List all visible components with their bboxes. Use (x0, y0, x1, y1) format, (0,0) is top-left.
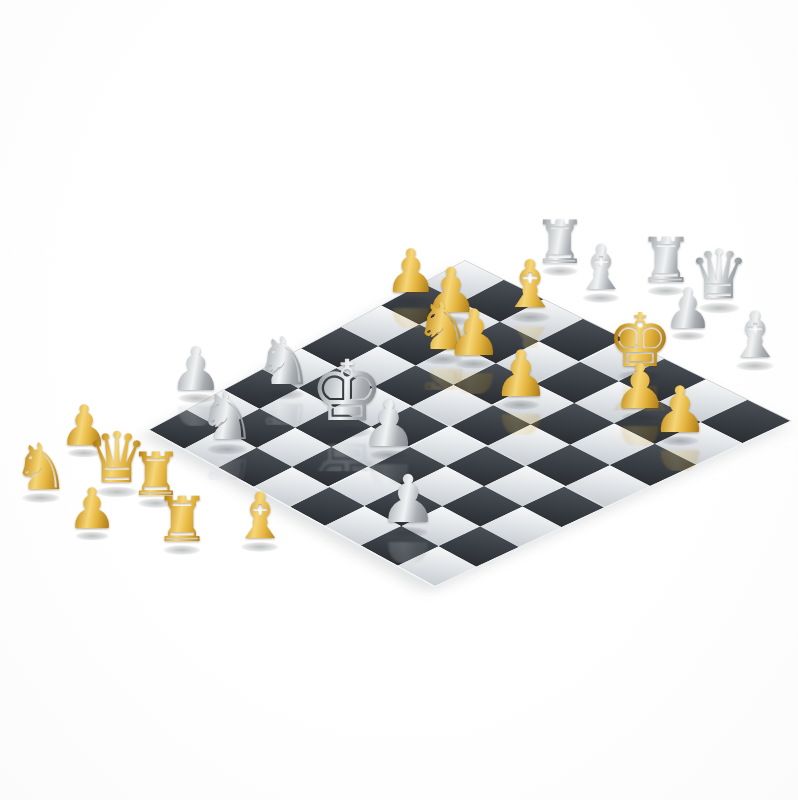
piece-gold-bishop-offboard: ♝ (231, 484, 288, 548)
piece-silver-pawn-g1: ♟ (378, 467, 437, 533)
piece-reflection: ♟ (651, 440, 708, 504)
pieces-layer: ♜♜♝♟♟♛♝♝♟♟♟♞♞♟♟♝♚♚♞♞♟♟♟♟♟♟♚♚♟♟♞♞♟♟♟♛♞♜♟♟… (0, 0, 798, 800)
piece-silver-knight-c1: ♞ (197, 384, 256, 450)
chess-set-product-photo: ♜♜♝♟♟♛♝♝♟♟♟♞♞♟♟♝♚♚♞♞♟♟♟♟♟♟♚♚♟♟♞♞♟♟♟♛♞♜♟♟… (0, 0, 798, 800)
piece-silver-bishop-offboard: ♝ (573, 237, 629, 299)
piece-gold-pawn-h7: ♟ (651, 378, 708, 442)
piece-silver-pawn-d3: ♟ (360, 392, 417, 456)
piece-gold-pawn-e6: ♟ (492, 342, 549, 406)
piece-gold-rook-offboard: ♜ (154, 489, 210, 551)
piece-reflection: ♞ (254, 393, 313, 459)
piece-gold-pawn-offboard: ♟ (67, 481, 117, 537)
piece-reflection: ♟ (378, 531, 437, 597)
piece-silver-bishop-offboard: ♝ (726, 303, 783, 367)
piece-gold-bishop-c8: ♝ (500, 252, 559, 318)
piece-reflection: ♟ (492, 404, 549, 468)
piece-silver-knight-a3: ♞ (254, 329, 313, 395)
piece-gold-knight-offboard: ♞ (12, 435, 69, 499)
